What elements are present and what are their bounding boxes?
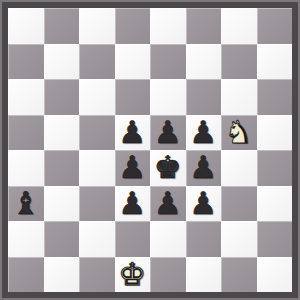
square-g2[interactable]: [221, 221, 257, 257]
square-f4[interactable]: ♟: [186, 150, 222, 186]
square-b1[interactable]: [44, 257, 80, 293]
square-c4[interactable]: [79, 150, 115, 186]
square-e8[interactable]: [150, 8, 186, 44]
square-f3[interactable]: ♟: [186, 186, 222, 222]
square-g3[interactable]: [221, 186, 257, 222]
square-f5[interactable]: ♟: [186, 115, 222, 151]
black-pawn: ♟: [189, 117, 217, 148]
square-c2[interactable]: [79, 221, 115, 257]
square-g6[interactable]: [221, 79, 257, 115]
square-a7[interactable]: [8, 44, 44, 80]
black-king: ♚: [154, 152, 182, 183]
square-e4[interactable]: ♚: [150, 150, 186, 186]
black-pawn: ♟: [154, 117, 182, 148]
square-a1[interactable]: [8, 257, 44, 293]
square-d5[interactable]: ♟: [115, 115, 151, 151]
square-a6[interactable]: [8, 79, 44, 115]
square-e2[interactable]: [150, 221, 186, 257]
square-b3[interactable]: [44, 186, 80, 222]
square-h6[interactable]: [257, 79, 293, 115]
square-a2[interactable]: [8, 221, 44, 257]
square-g5[interactable]: ♞: [221, 115, 257, 151]
square-c8[interactable]: [79, 8, 115, 44]
square-c7[interactable]: [79, 44, 115, 80]
square-b2[interactable]: [44, 221, 80, 257]
square-g1[interactable]: [221, 257, 257, 293]
square-h7[interactable]: [257, 44, 293, 80]
square-g8[interactable]: [221, 8, 257, 44]
square-h5[interactable]: [257, 115, 293, 151]
black-bishop: ♝: [12, 188, 40, 219]
square-c6[interactable]: [79, 79, 115, 115]
square-a4[interactable]: [8, 150, 44, 186]
white-knight: ♞: [225, 117, 253, 148]
chess-board: ♟♟♟♞♟♚♟♝♟♟♟♚: [8, 8, 292, 292]
square-e7[interactable]: [150, 44, 186, 80]
black-pawn: ♟: [118, 152, 146, 183]
square-b8[interactable]: [44, 8, 80, 44]
square-f1[interactable]: [186, 257, 222, 293]
white-king: ♚: [118, 259, 146, 290]
square-b6[interactable]: [44, 79, 80, 115]
square-f7[interactable]: [186, 44, 222, 80]
black-pawn: ♟: [189, 152, 217, 183]
square-d7[interactable]: [115, 44, 151, 80]
square-f8[interactable]: [186, 8, 222, 44]
square-c1[interactable]: [79, 257, 115, 293]
square-a8[interactable]: [8, 8, 44, 44]
square-e6[interactable]: [150, 79, 186, 115]
square-e5[interactable]: ♟: [150, 115, 186, 151]
square-a3[interactable]: ♝: [8, 186, 44, 222]
square-h2[interactable]: [257, 221, 293, 257]
square-h4[interactable]: [257, 150, 293, 186]
square-c5[interactable]: [79, 115, 115, 151]
black-pawn: ♟: [118, 188, 146, 219]
square-d8[interactable]: [115, 8, 151, 44]
square-e1[interactable]: [150, 257, 186, 293]
square-d6[interactable]: [115, 79, 151, 115]
square-a5[interactable]: [8, 115, 44, 151]
square-f6[interactable]: [186, 79, 222, 115]
square-d2[interactable]: [115, 221, 151, 257]
square-b5[interactable]: [44, 115, 80, 151]
square-d3[interactable]: ♟: [115, 186, 151, 222]
black-pawn: ♟: [154, 188, 182, 219]
square-e3[interactable]: ♟: [150, 186, 186, 222]
square-h8[interactable]: [257, 8, 293, 44]
square-b4[interactable]: [44, 150, 80, 186]
chess-board-frame: ♟♟♟♞♟♚♟♝♟♟♟♚: [0, 0, 300, 300]
black-pawn: ♟: [189, 188, 217, 219]
black-pawn: ♟: [118, 117, 146, 148]
square-h1[interactable]: [257, 257, 293, 293]
square-g4[interactable]: [221, 150, 257, 186]
square-d4[interactable]: ♟: [115, 150, 151, 186]
square-g7[interactable]: [221, 44, 257, 80]
square-f2[interactable]: [186, 221, 222, 257]
square-b7[interactable]: [44, 44, 80, 80]
square-c3[interactable]: [79, 186, 115, 222]
square-d1[interactable]: ♚: [115, 257, 151, 293]
square-h3[interactable]: [257, 186, 293, 222]
